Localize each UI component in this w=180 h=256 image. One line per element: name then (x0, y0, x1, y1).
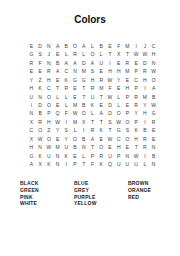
grid-cell[interactable]: A (27, 161, 36, 169)
grid-cell[interactable]: X (79, 118, 88, 126)
grid-cell[interactable]: K (88, 101, 97, 109)
grid-cell[interactable]: E (123, 101, 132, 109)
grid-cell[interactable]: X (27, 135, 36, 143)
grid-cell[interactable]: W (44, 144, 53, 152)
grid-cell[interactable]: L (114, 101, 123, 109)
grid-cell[interactable]: E (114, 84, 123, 92)
grid-cell[interactable]: E (106, 42, 115, 50)
grid-cell[interactable]: F (114, 42, 123, 50)
grid-cell[interactable]: E (27, 42, 36, 50)
grid-cell[interactable]: H (44, 118, 53, 126)
grid-cell[interactable]: E (36, 67, 45, 75)
grid-cell[interactable]: L (79, 152, 88, 160)
grid-cell[interactable]: J (141, 42, 150, 50)
grid-cell[interactable]: D (36, 101, 45, 109)
grid-cell[interactable]: Y (132, 110, 141, 118)
grid-cell[interactable]: M (71, 101, 80, 109)
grid-cell[interactable]: D (79, 59, 88, 67)
grid-cell[interactable]: R (141, 144, 150, 152)
grid-cell[interactable]: E (27, 67, 36, 75)
word-list-item: PURPLE (74, 194, 97, 201)
grid-cell[interactable]: Z (44, 127, 53, 135)
grid-cell[interactable]: M (123, 67, 132, 75)
grid-cell[interactable]: A (53, 67, 62, 75)
grid-cell[interactable]: O (123, 118, 132, 126)
grid-cell[interactable]: W (132, 50, 141, 58)
grid-cell[interactable]: X (27, 118, 36, 126)
grid-cell[interactable]: P (71, 161, 80, 169)
grid-cell[interactable]: E (114, 59, 123, 67)
grid-cell[interactable]: W (132, 152, 141, 160)
grid-cell[interactable]: L (88, 110, 97, 118)
word-list-item: GREEN (20, 187, 39, 194)
grid-cell[interactable]: R (88, 127, 97, 135)
grid-cell[interactable]: H (123, 84, 132, 92)
grid-cell[interactable]: G (27, 50, 36, 58)
grid-cell[interactable]: K (62, 76, 71, 84)
grid-cell[interactable]: U (132, 161, 141, 169)
grid-cell[interactable]: I (141, 118, 150, 126)
grid-cell[interactable]: Y (53, 127, 62, 135)
grid-cell[interactable]: P (123, 93, 132, 101)
grid-cell[interactable]: P (132, 118, 141, 126)
grid-cell[interactable]: C (149, 42, 158, 50)
word-list-item: RED (128, 194, 151, 201)
grid-cell[interactable]: U (123, 161, 132, 169)
grid-cell[interactable]: U (114, 161, 123, 169)
word-list-item: BROWN (128, 180, 151, 187)
grid-cell[interactable]: O (97, 144, 106, 152)
grid-cell[interactable]: T (106, 50, 115, 58)
grid-cell[interactable]: P (88, 152, 97, 160)
grid-cell[interactable]: P (132, 67, 141, 75)
grid-cell[interactable]: N (149, 161, 158, 169)
grid-cell[interactable]: H (27, 144, 36, 152)
grid-cell[interactable]: G (114, 127, 123, 135)
grid-cell[interactable]: F (36, 59, 45, 67)
grid-cell[interactable]: O (36, 127, 45, 135)
grid-cell[interactable]: L (88, 42, 97, 50)
grid-cell[interactable]: M (97, 84, 106, 92)
grid-cell[interactable]: W (106, 93, 115, 101)
grid-cell[interactable]: R (88, 84, 97, 92)
grid-cell[interactable]: Z (36, 76, 45, 84)
grid-cell[interactable]: S (88, 67, 97, 75)
grid-cell[interactable]: L (62, 101, 71, 109)
word-list-column-1: BLACKGREENPINKWHITE (20, 180, 39, 207)
grid-cell[interactable]: B (149, 152, 158, 160)
grid-cell[interactable]: R (141, 67, 150, 75)
grid-cell[interactable]: K (97, 127, 106, 135)
grid-cell[interactable]: U (106, 152, 115, 160)
grid-cell[interactable]: L (62, 93, 71, 101)
grid-cell[interactable]: U (88, 93, 97, 101)
grid-cell[interactable]: R (123, 59, 132, 67)
grid-cell[interactable]: X (114, 50, 123, 58)
grid-cell[interactable]: T (97, 93, 106, 101)
grid-cell[interactable]: Q (106, 161, 115, 169)
grid-cell[interactable]: E (97, 67, 106, 75)
grid-cell[interactable]: M (141, 93, 150, 101)
grid-cell[interactable]: E (132, 59, 141, 67)
grid-cell[interactable]: E (53, 101, 62, 109)
grid-cell[interactable]: I (62, 118, 71, 126)
grid-cell[interactable]: M (53, 144, 62, 152)
grid-cell[interactable]: G (27, 152, 36, 160)
grid-cell[interactable]: T (79, 84, 88, 92)
puzzle-title: Colors (0, 14, 180, 25)
grid-cell[interactable]: N (27, 110, 36, 118)
grid-cell[interactable]: W (53, 118, 62, 126)
grid-cell[interactable]: L (71, 127, 80, 135)
grid-cell[interactable]: L (141, 161, 150, 169)
grid-cell[interactable]: E (71, 84, 80, 92)
grid-cell[interactable]: W (106, 76, 115, 84)
grid-cell[interactable]: N (36, 144, 45, 152)
grid-cell[interactable]: B (149, 93, 158, 101)
grid-cell[interactable]: L (114, 93, 123, 101)
grid-cell[interactable]: U (62, 144, 71, 152)
grid-cell[interactable]: E (71, 93, 80, 101)
grid-cell[interactable]: T (88, 144, 97, 152)
grid-cell[interactable]: U (44, 152, 53, 160)
grid-cell[interactable]: N (149, 144, 158, 152)
grid-cell[interactable]: N (123, 152, 132, 160)
grid-cell[interactable]: F (62, 110, 71, 118)
grid-cell[interactable]: O (44, 135, 53, 143)
grid-cell[interactable]: I (79, 127, 88, 135)
grid-cell[interactable]: R (27, 59, 36, 67)
grid-cell[interactable]: F (88, 161, 97, 169)
grid-cell[interactable]: W (149, 67, 158, 75)
grid-cell[interactable]: E (71, 152, 80, 160)
grid-cell[interactable]: B (79, 101, 88, 109)
grid-cell[interactable]: K (36, 152, 45, 160)
grid-cell[interactable]: I (132, 42, 141, 50)
grid-cell[interactable]: D (106, 101, 115, 109)
grid-cell[interactable]: W (36, 135, 45, 143)
grid-cell[interactable]: E (97, 101, 106, 109)
grid-cell[interactable]: O (149, 76, 158, 84)
grid-cell[interactable]: O (44, 101, 53, 109)
grid-cell[interactable]: Y (114, 76, 123, 84)
grid-cell[interactable]: R (97, 76, 106, 84)
grid-cell[interactable]: E (123, 76, 132, 84)
grid-cell[interactable]: A (71, 59, 80, 67)
grid-cell[interactable]: A (149, 84, 158, 92)
grid-cell[interactable]: Y (62, 135, 71, 143)
grid-cell[interactable]: R (132, 101, 141, 109)
grid-cell[interactable]: T (88, 118, 97, 126)
grid-cell[interactable]: H (106, 67, 115, 75)
grid-cell[interactable]: T (97, 118, 106, 126)
grid-cell[interactable]: M (71, 118, 80, 126)
grid-cell[interactable]: S (36, 50, 45, 58)
grid-cell[interactable]: B (79, 135, 88, 143)
grid-cell[interactable]: L (62, 50, 71, 58)
grid-cell[interactable]: P (44, 110, 53, 118)
grid-cell[interactable]: C (62, 67, 71, 75)
grid-cell[interactable]: U (97, 59, 106, 67)
grid-cell[interactable]: T (132, 144, 141, 152)
grid-cell[interactable]: S (123, 127, 132, 135)
grid-cell[interactable]: I (141, 152, 150, 160)
grid-cell[interactable]: O (71, 42, 80, 50)
grid-cell[interactable]: S (62, 127, 71, 135)
grid-cell[interactable]: H (141, 110, 150, 118)
grid-cell[interactable]: Q (53, 110, 62, 118)
grid-cell[interactable]: C (114, 135, 123, 143)
grid-cell[interactable]: H (141, 76, 150, 84)
word-list-column-3: BROWNORANGERED (128, 180, 151, 200)
grid-cell[interactable]: R (141, 135, 150, 143)
grid-cell[interactable]: B (36, 110, 45, 118)
grid-cell[interactable]: N (53, 152, 62, 160)
word-list-column-2: BLUEGREYPURPLEYELLOW (74, 180, 97, 207)
grid-cell[interactable]: E (97, 135, 106, 143)
grid-cell[interactable]: O (71, 135, 80, 143)
grid-cell[interactable]: T (106, 127, 115, 135)
grid-cell[interactable]: C (132, 76, 141, 84)
grid-cell[interactable]: I (141, 84, 150, 92)
grid-cell[interactable]: I (62, 161, 71, 169)
grid-cell[interactable]: B (141, 127, 150, 135)
grid-cell[interactable]: H (114, 144, 123, 152)
grid-cell[interactable]: A (79, 42, 88, 50)
grid-cell[interactable]: P (123, 110, 132, 118)
grid-cell[interactable]: H (88, 76, 97, 84)
word-list-item: PINK (20, 194, 39, 201)
grid-cell[interactable]: K (97, 161, 106, 169)
grid-cell[interactable]: H (132, 135, 141, 143)
grid-cell[interactable]: U (27, 93, 36, 101)
grid-cell[interactable]: C (27, 127, 36, 135)
grid-cell[interactable]: T (53, 84, 62, 92)
grid-cell[interactable]: W (141, 50, 150, 58)
grid-cell[interactable]: E (149, 135, 158, 143)
grid-cell[interactable]: R (44, 67, 53, 75)
grid-cell[interactable]: R (97, 152, 106, 160)
grid-cell[interactable]: N (44, 42, 53, 50)
word-list-item: BLACK (20, 180, 39, 187)
grid-cell[interactable]: E (123, 144, 132, 152)
grid-cell[interactable]: A (53, 42, 62, 50)
grid-cell[interactable]: A (62, 59, 71, 67)
grid-cell[interactable]: L (97, 50, 106, 58)
grid-cell[interactable]: K (132, 127, 141, 135)
grid-cell[interactable]: E (106, 144, 115, 152)
grid-cell[interactable]: E (53, 50, 62, 58)
grid-cell[interactable]: I (106, 59, 115, 67)
grid-cell[interactable]: T (79, 93, 88, 101)
grid-cell[interactable]: D (106, 110, 115, 118)
grid-cell[interactable]: G (149, 110, 158, 118)
grid-cell[interactable]: O (123, 135, 132, 143)
grid-cell[interactable]: L (79, 50, 88, 58)
grid-cell[interactable]: N (53, 161, 62, 169)
grid-cell[interactable]: R (132, 93, 141, 101)
grid-cell[interactable]: R (36, 118, 45, 126)
grid-cell[interactable]: R (149, 118, 158, 126)
grid-cell[interactable]: P (132, 84, 141, 92)
grid-cell[interactable]: W (149, 101, 158, 109)
grid-cell[interactable]: N (36, 93, 45, 101)
grid-cell[interactable]: W (114, 118, 123, 126)
grid-cell[interactable]: B (71, 144, 80, 152)
grid-cell[interactable]: K (36, 84, 45, 92)
grid-cell[interactable]: N (79, 144, 88, 152)
grid-cell[interactable]: F (106, 84, 115, 92)
grid-cell[interactable]: G (71, 76, 80, 84)
grid-cell[interactable]: B (53, 59, 62, 67)
grid-cell[interactable]: C (44, 84, 53, 92)
grid-cell[interactable]: N (149, 59, 158, 67)
grid-cell[interactable]: X (36, 161, 45, 169)
letter-grid: EDNABOALBEFMIJCGSJELRLOLTXTWWHRFNBAADAUI… (27, 42, 158, 169)
word-list-item: GREY (74, 187, 97, 194)
grid-cell[interactable]: P (114, 152, 123, 160)
grid-cell[interactable]: K (44, 161, 53, 169)
grid-cell[interactable]: M (123, 42, 132, 50)
grid-cell[interactable]: L (53, 93, 62, 101)
grid-cell[interactable]: H (44, 76, 53, 84)
grid-cell[interactable]: A (97, 110, 106, 118)
grid-cell[interactable]: I (27, 101, 36, 109)
grid-cell[interactable]: D (36, 42, 45, 50)
word-list-item: ORANGE (128, 187, 151, 194)
grid-cell[interactable]: A (88, 59, 97, 67)
grid-cell[interactable]: S (106, 118, 115, 126)
grid-cell[interactable]: G (79, 76, 88, 84)
word-list-item: YELLOW (74, 200, 97, 207)
grid-cell[interactable]: W (106, 135, 115, 143)
word-list-item: WHITE (20, 200, 39, 207)
grid-cell[interactable]: O (114, 110, 123, 118)
grid-cell[interactable]: K (62, 152, 71, 160)
grid-cell[interactable]: M (79, 67, 88, 75)
grid-cell[interactable]: E (149, 127, 158, 135)
grid-cell[interactable]: H (149, 50, 158, 58)
grid-cell[interactable]: T (123, 50, 132, 58)
grid-cell[interactable]: T (79, 161, 88, 169)
grid-cell[interactable]: B (97, 42, 106, 50)
grid-cell[interactable]: Y (27, 76, 36, 84)
grid-cell[interactable]: W (71, 110, 80, 118)
grid-cell[interactable]: R (62, 84, 71, 92)
word-list-item: BLUE (74, 180, 97, 187)
grid-cell[interactable]: N (44, 59, 53, 67)
grid-cell[interactable]: O (88, 50, 97, 58)
grid-cell[interactable]: A (88, 135, 97, 143)
grid-cell[interactable]: E (53, 135, 62, 143)
grid-cell[interactable]: R (71, 50, 80, 58)
grid-cell[interactable]: H (27, 84, 36, 92)
grid-cell[interactable]: E (53, 76, 62, 84)
worksheet-page: Colors EDNABOALBEFMIJCGSJELRLOLTXTWWHRFN… (0, 0, 180, 256)
grid-cell[interactable]: H (114, 67, 123, 75)
grid-cell[interactable]: D (141, 59, 150, 67)
grid-cell[interactable]: B (62, 42, 71, 50)
grid-cell[interactable]: J (44, 50, 53, 58)
grid-cell[interactable]: O (79, 110, 88, 118)
grid-cell[interactable]: O (44, 93, 53, 101)
grid-cell[interactable]: Y (141, 101, 150, 109)
grid-cell[interactable]: N (71, 67, 80, 75)
